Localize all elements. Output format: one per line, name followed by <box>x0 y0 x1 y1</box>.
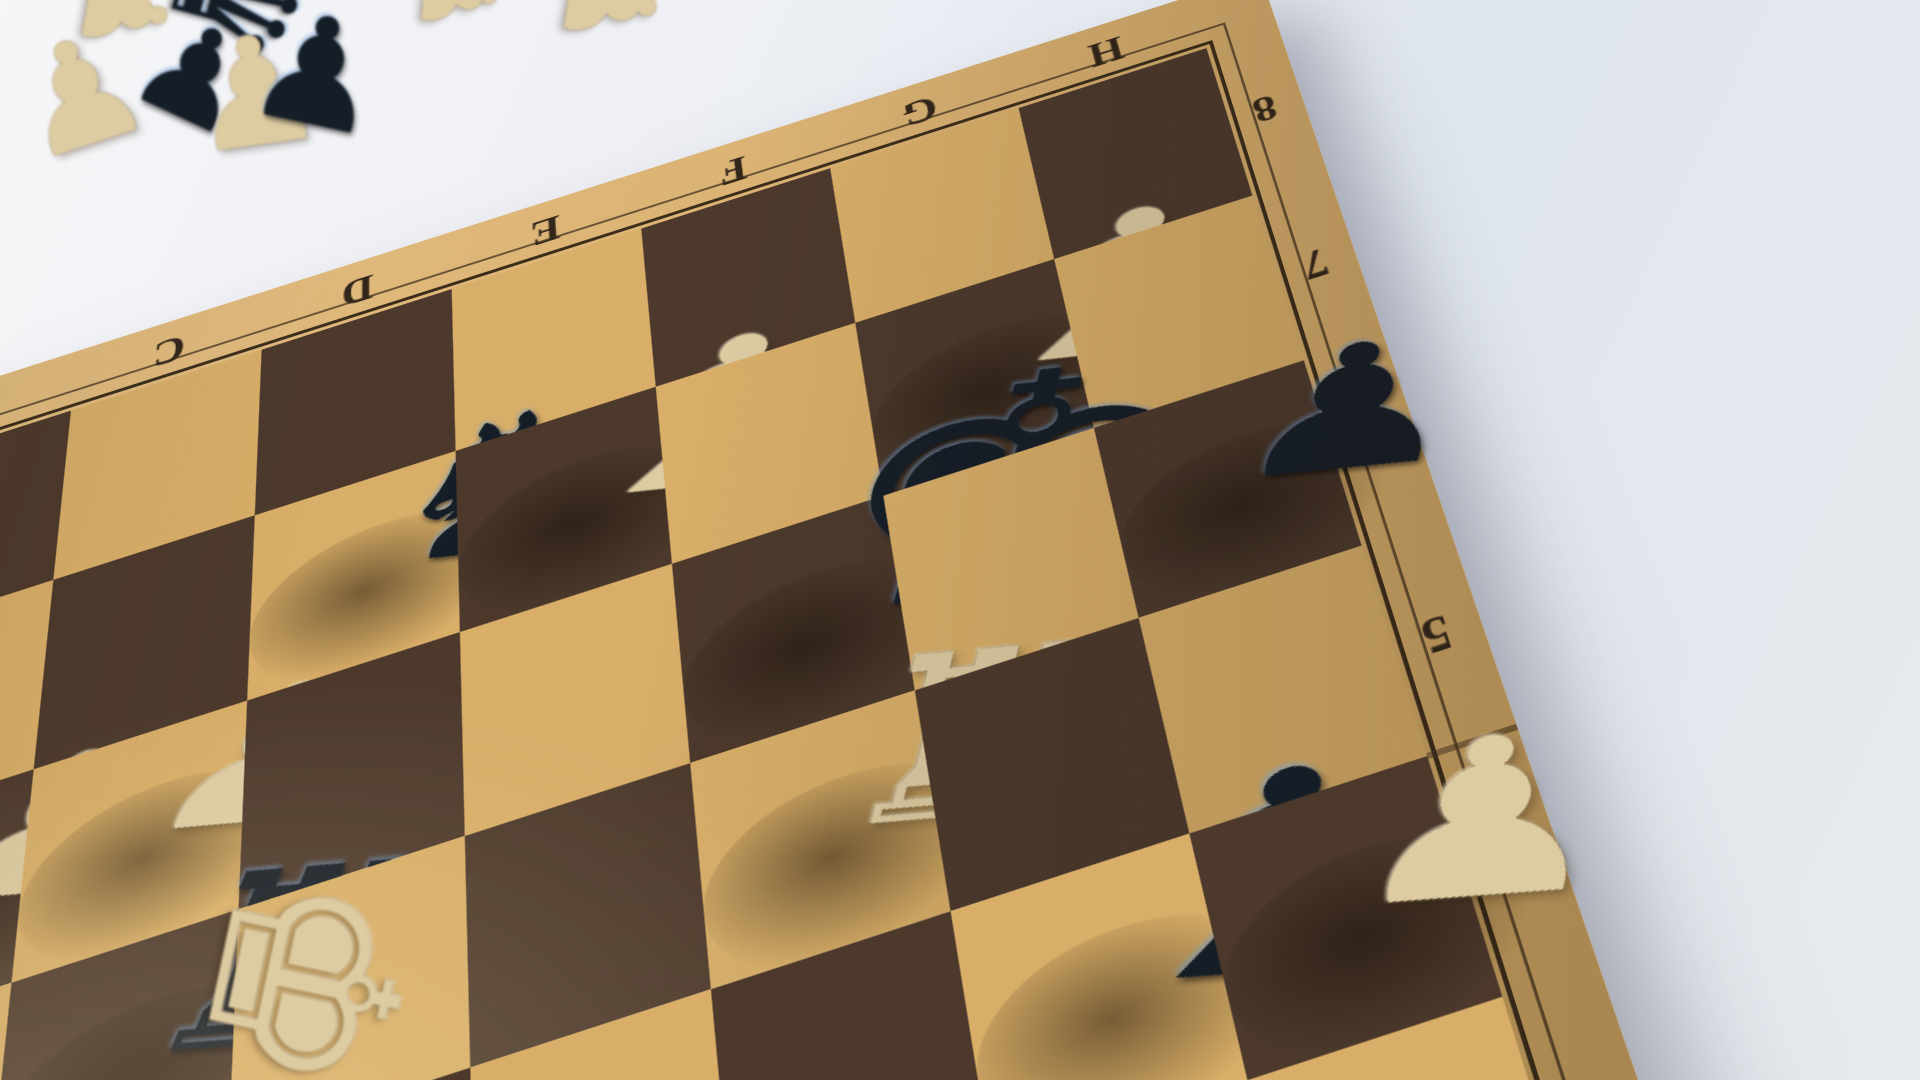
square-c8 <box>53 350 261 580</box>
square-c7 <box>34 515 255 769</box>
rank-label-7: 7 <box>1270 225 1361 303</box>
square-e4 <box>470 989 734 1080</box>
square-h4: ♟ <box>1189 756 1502 1080</box>
square-b6: ♟ <box>0 769 34 1056</box>
square-e5 <box>465 763 711 1068</box>
square-h3 <box>1247 997 1589 1080</box>
piece-shadow <box>696 727 1026 1009</box>
square-e7: ♝ <box>456 387 672 632</box>
square-e6 <box>460 564 690 836</box>
piece-shadow <box>1205 797 1586 1080</box>
square-g8 <box>830 108 1054 323</box>
square-h8 <box>1019 48 1253 259</box>
piece-shadow <box>962 875 1330 1080</box>
piece-shadow <box>1106 389 1434 634</box>
square-b7 <box>0 580 53 838</box>
square-d7: ♞ <box>247 451 460 701</box>
square-g4: ♝ <box>951 834 1248 1080</box>
square-g5 <box>915 618 1190 911</box>
square-h6: ♟ <box>1094 360 1362 618</box>
square-e8 <box>452 229 656 451</box>
square-f5: ♜ <box>690 690 950 989</box>
piece-shadow <box>0 805 93 1075</box>
piece-shadow <box>677 527 985 780</box>
square-f6: ♚ <box>672 496 915 763</box>
square-f4 <box>711 911 992 1080</box>
rank-label-3: 3 <box>1532 1054 1656 1080</box>
photo-scene: ♞♝♝♟♟♚♟♜♜♝♟ ABCDEFGH 87654321 ♟♟♛♟♟♟♟♟ ♚ <box>0 0 1920 1080</box>
square-b8 <box>0 411 71 645</box>
square-b5 <box>0 983 11 1080</box>
square-h7 <box>1054 195 1304 427</box>
piece-shadow <box>246 480 524 716</box>
square-g6 <box>883 428 1138 691</box>
square-h5 <box>1139 546 1428 834</box>
piece-shadow <box>457 415 737 648</box>
rank-label-8: 8 <box>1223 73 1308 144</box>
square-f8 <box>641 168 855 387</box>
piece-shadow <box>863 285 1161 510</box>
square-g7: ♝ <box>855 259 1094 496</box>
rank-label-6: 6 <box>1324 395 1421 481</box>
square-f7 <box>656 323 884 564</box>
square-d8 <box>255 289 456 515</box>
